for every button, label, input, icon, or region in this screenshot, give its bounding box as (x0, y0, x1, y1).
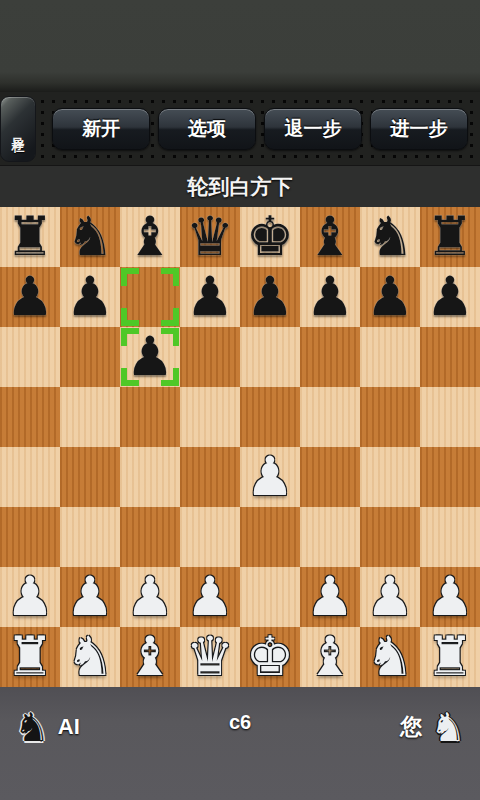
square-c7[interactable] (120, 267, 180, 327)
black-pawn[interactable]: ♟ (6, 268, 54, 326)
square-h4[interactable] (420, 447, 480, 507)
square-d1[interactable]: ♛ (180, 627, 240, 687)
square-a6[interactable] (0, 327, 60, 387)
white-pawn[interactable]: ♟ (306, 568, 354, 626)
square-g4[interactable] (360, 447, 420, 507)
options-button[interactable]: 选项 (158, 108, 256, 150)
white-pawn[interactable]: ♟ (6, 568, 54, 626)
square-c1[interactable]: ♝ (120, 627, 180, 687)
square-d5[interactable] (180, 387, 240, 447)
square-a3[interactable] (0, 507, 60, 567)
square-a5[interactable] (0, 387, 60, 447)
square-c2[interactable]: ♟ (120, 567, 180, 627)
square-g7[interactable]: ♟ (360, 267, 420, 327)
white-pawn[interactable]: ♟ (186, 568, 234, 626)
square-g5[interactable] (360, 387, 420, 447)
black-player-label: AI (58, 714, 80, 740)
square-e4[interactable]: ♟ (240, 447, 300, 507)
square-d6[interactable] (180, 327, 240, 387)
black-pawn[interactable]: ♟ (246, 268, 294, 326)
black-pawn[interactable]: ♟ (426, 268, 474, 326)
square-d3[interactable] (180, 507, 240, 567)
white-bishop[interactable]: ♝ (126, 628, 174, 686)
bottom-bar: ♞ AI c6 您 ♞ (0, 687, 480, 800)
white-player-label: 您 (400, 712, 422, 742)
chess-board[interactable]: ♜♞♝♛♚♝♞♜♟♟♟♟♟♟♟♟♟♟♟♟♟♟♟♟♜♞♝♛♚♝♞♜ (0, 207, 480, 687)
black-pawn[interactable]: ♟ (66, 268, 114, 326)
square-c5[interactable] (120, 387, 180, 447)
square-h1[interactable]: ♜ (420, 627, 480, 687)
square-b1[interactable]: ♞ (60, 627, 120, 687)
black-rook[interactable]: ♜ (426, 208, 474, 266)
white-knight[interactable]: ♞ (366, 628, 414, 686)
square-h6[interactable] (420, 327, 480, 387)
square-b3[interactable] (60, 507, 120, 567)
square-d8[interactable]: ♛ (180, 207, 240, 267)
square-b7[interactable]: ♟ (60, 267, 120, 327)
turn-status-text: 轮到白方下 (188, 173, 293, 201)
toolbar-collapse-tab[interactable]: 导栏 (0, 96, 36, 162)
square-d7[interactable]: ♟ (180, 267, 240, 327)
square-c3[interactable] (120, 507, 180, 567)
square-b5[interactable] (60, 387, 120, 447)
square-b4[interactable] (60, 447, 120, 507)
app-screen: 导栏 新开 选项 退一步 进一步 轮到白方下 ♜♞♝♛♚♝♞♜♟♟♟♟♟♟♟♟♟… (0, 0, 480, 800)
square-h5[interactable] (420, 387, 480, 447)
square-b2[interactable]: ♟ (60, 567, 120, 627)
square-e2[interactable] (240, 567, 300, 627)
square-g8[interactable]: ♞ (360, 207, 420, 267)
black-pawn[interactable]: ♟ (186, 268, 234, 326)
square-h8[interactable]: ♜ (420, 207, 480, 267)
square-g6[interactable] (360, 327, 420, 387)
square-e7[interactable]: ♟ (240, 267, 300, 327)
square-c6[interactable]: ♟ (120, 327, 180, 387)
square-f7[interactable]: ♟ (300, 267, 360, 327)
square-b8[interactable]: ♞ (60, 207, 120, 267)
square-f2[interactable]: ♟ (300, 567, 360, 627)
square-d2[interactable]: ♟ (180, 567, 240, 627)
square-e3[interactable] (240, 507, 300, 567)
move-highlight-corners (121, 268, 179, 326)
black-pawn[interactable]: ♟ (306, 268, 354, 326)
black-rook[interactable]: ♜ (6, 208, 54, 266)
square-f3[interactable] (300, 507, 360, 567)
square-a7[interactable]: ♟ (0, 267, 60, 327)
square-f8[interactable]: ♝ (300, 207, 360, 267)
square-a2[interactable]: ♟ (0, 567, 60, 627)
white-king[interactable]: ♚ (246, 628, 294, 686)
white-pawn[interactable]: ♟ (66, 568, 114, 626)
square-g1[interactable]: ♞ (360, 627, 420, 687)
square-c4[interactable] (120, 447, 180, 507)
black-knight[interactable]: ♞ (66, 208, 114, 266)
black-player-indicator: ♞ AI (14, 705, 80, 749)
white-bishop[interactable]: ♝ (306, 628, 354, 686)
square-a4[interactable] (0, 447, 60, 507)
redo-move-button[interactable]: 进一步 (370, 108, 468, 150)
white-pawn[interactable]: ♟ (126, 568, 174, 626)
square-e6[interactable] (240, 327, 300, 387)
white-pawn[interactable]: ♟ (426, 568, 474, 626)
square-c8[interactable]: ♝ (120, 207, 180, 267)
black-queen[interactable]: ♛ (186, 208, 234, 266)
square-g3[interactable] (360, 507, 420, 567)
undo-move-button[interactable]: 退一步 (264, 108, 362, 150)
new-game-button[interactable]: 新开 (52, 108, 150, 150)
black-king[interactable]: ♚ (246, 208, 294, 266)
status-bar: 轮到白方下 (0, 165, 480, 207)
white-rook[interactable]: ♜ (6, 628, 54, 686)
square-f6[interactable] (300, 327, 360, 387)
square-g2[interactable]: ♟ (360, 567, 420, 627)
square-a1[interactable]: ♜ (0, 627, 60, 687)
white-pawn[interactable]: ♟ (366, 568, 414, 626)
square-f1[interactable]: ♝ (300, 627, 360, 687)
square-f4[interactable] (300, 447, 360, 507)
square-e5[interactable] (240, 387, 300, 447)
top-header (0, 0, 480, 92)
last-move-text: c6 (229, 711, 251, 734)
black-bishop[interactable]: ♝ (306, 208, 354, 266)
white-pawn[interactable]: ♟ (246, 448, 294, 506)
square-e1[interactable]: ♚ (240, 627, 300, 687)
square-h7[interactable]: ♟ (420, 267, 480, 327)
white-player-indicator: 您 ♞ (400, 705, 466, 749)
square-d4[interactable] (180, 447, 240, 507)
square-b6[interactable] (60, 327, 120, 387)
white-queen[interactable]: ♛ (186, 628, 234, 686)
white-knight[interactable]: ♞ (66, 628, 114, 686)
square-a8[interactable]: ♜ (0, 207, 60, 267)
white-rook[interactable]: ♜ (426, 628, 474, 686)
square-h3[interactable] (420, 507, 480, 567)
square-e8[interactable]: ♚ (240, 207, 300, 267)
toolbar-collapse-tab-label: 导栏 (12, 127, 25, 131)
white-knight-icon: ♞ (430, 705, 466, 749)
square-h2[interactable]: ♟ (420, 567, 480, 627)
square-f5[interactable] (300, 387, 360, 447)
black-bishop[interactable]: ♝ (126, 208, 174, 266)
toolbar: 导栏 新开 选项 退一步 进一步 (0, 92, 480, 165)
black-knight-icon: ♞ (14, 705, 50, 749)
black-pawn[interactable]: ♟ (366, 268, 414, 326)
black-pawn[interactable]: ♟ (126, 328, 174, 386)
black-knight[interactable]: ♞ (366, 208, 414, 266)
